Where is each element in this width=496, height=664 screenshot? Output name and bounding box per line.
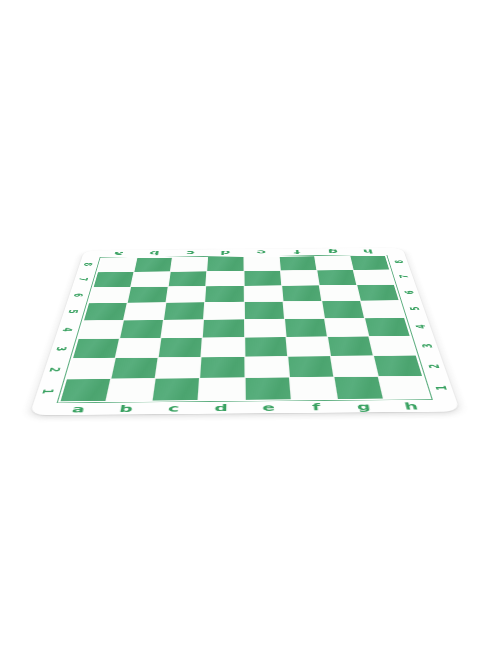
file-label-bottom-d: d xyxy=(197,401,245,413)
square-b4[interactable] xyxy=(120,320,163,338)
square-g3[interactable] xyxy=(328,336,373,355)
square-a6[interactable] xyxy=(89,287,130,303)
square-c2[interactable] xyxy=(156,357,201,378)
square-b3[interactable] xyxy=(116,338,161,357)
chessboard-mat: abcdefgh abcdefgh 87654321 87654321 xyxy=(29,248,460,415)
square-f4[interactable] xyxy=(285,319,327,337)
square-h4[interactable] xyxy=(365,318,410,336)
square-c6[interactable] xyxy=(167,287,206,303)
photo-backdrop: abcdefgh abcdefgh 87654321 87654321 xyxy=(0,0,496,664)
square-g7[interactable] xyxy=(317,270,356,285)
square-a1[interactable] xyxy=(61,379,111,401)
square-f5[interactable] xyxy=(283,302,324,319)
square-g4[interactable] xyxy=(325,318,368,336)
square-d7[interactable] xyxy=(207,271,244,286)
square-c3[interactable] xyxy=(159,338,202,357)
square-g8[interactable] xyxy=(315,256,353,270)
square-f2[interactable] xyxy=(288,356,333,377)
square-f3[interactable] xyxy=(286,337,329,356)
square-a5[interactable] xyxy=(84,303,127,320)
square-c5[interactable] xyxy=(164,303,204,320)
square-b1[interactable] xyxy=(107,379,155,401)
square-b7[interactable] xyxy=(131,272,170,287)
square-h1[interactable] xyxy=(379,376,429,398)
square-g5[interactable] xyxy=(322,301,364,318)
square-e4[interactable] xyxy=(245,319,286,337)
square-h2[interactable] xyxy=(374,355,422,376)
square-e7[interactable] xyxy=(244,271,281,286)
square-e3[interactable] xyxy=(245,337,287,356)
square-d3[interactable] xyxy=(202,337,244,356)
chessboard-grid xyxy=(61,256,429,402)
file-label-bottom-f: f xyxy=(292,401,341,413)
square-d4[interactable] xyxy=(203,319,243,337)
square-a2[interactable] xyxy=(67,358,115,379)
square-h5[interactable] xyxy=(361,301,404,318)
square-e5[interactable] xyxy=(244,302,283,319)
square-g6[interactable] xyxy=(319,285,359,301)
file-label-bottom-b: b xyxy=(101,402,151,414)
square-d2[interactable] xyxy=(201,357,244,378)
square-c8[interactable] xyxy=(171,257,208,271)
square-g1[interactable] xyxy=(334,377,383,399)
square-c1[interactable] xyxy=(153,378,200,400)
square-h3[interactable] xyxy=(369,336,415,355)
square-a3[interactable] xyxy=(73,339,119,358)
file-label-bottom-e: e xyxy=(245,401,293,413)
square-a8[interactable] xyxy=(98,258,137,272)
square-a4[interactable] xyxy=(79,320,123,338)
square-b5[interactable] xyxy=(124,303,165,320)
square-c4[interactable] xyxy=(162,320,204,338)
square-f8[interactable] xyxy=(279,256,316,270)
square-h6[interactable] xyxy=(357,285,399,301)
file-label-bottom-c: c xyxy=(149,402,198,414)
square-e2[interactable] xyxy=(245,357,289,378)
square-h7[interactable] xyxy=(354,270,394,285)
square-f6[interactable] xyxy=(282,286,321,302)
board-scene: abcdefgh abcdefgh 87654321 87654321 xyxy=(59,134,428,503)
file-label-bottom-h: h xyxy=(386,400,437,412)
file-label-bottom-g: g xyxy=(339,400,389,412)
square-e6[interactable] xyxy=(244,286,282,302)
square-e8[interactable] xyxy=(244,257,280,271)
square-e1[interactable] xyxy=(245,377,290,399)
square-b8[interactable] xyxy=(135,258,173,272)
square-a7[interactable] xyxy=(94,272,134,287)
square-h8[interactable] xyxy=(350,256,389,270)
file-label-bottom-a: a xyxy=(53,403,104,415)
square-f1[interactable] xyxy=(290,377,337,399)
square-d8[interactable] xyxy=(208,257,244,271)
board-grid-frame xyxy=(57,255,433,403)
square-b6[interactable] xyxy=(128,287,168,303)
square-b2[interactable] xyxy=(112,358,158,379)
square-d1[interactable] xyxy=(199,378,244,400)
square-d6[interactable] xyxy=(206,286,244,302)
square-f7[interactable] xyxy=(281,271,319,286)
square-c7[interactable] xyxy=(169,271,207,286)
square-g2[interactable] xyxy=(331,356,378,377)
square-d5[interactable] xyxy=(204,302,243,319)
